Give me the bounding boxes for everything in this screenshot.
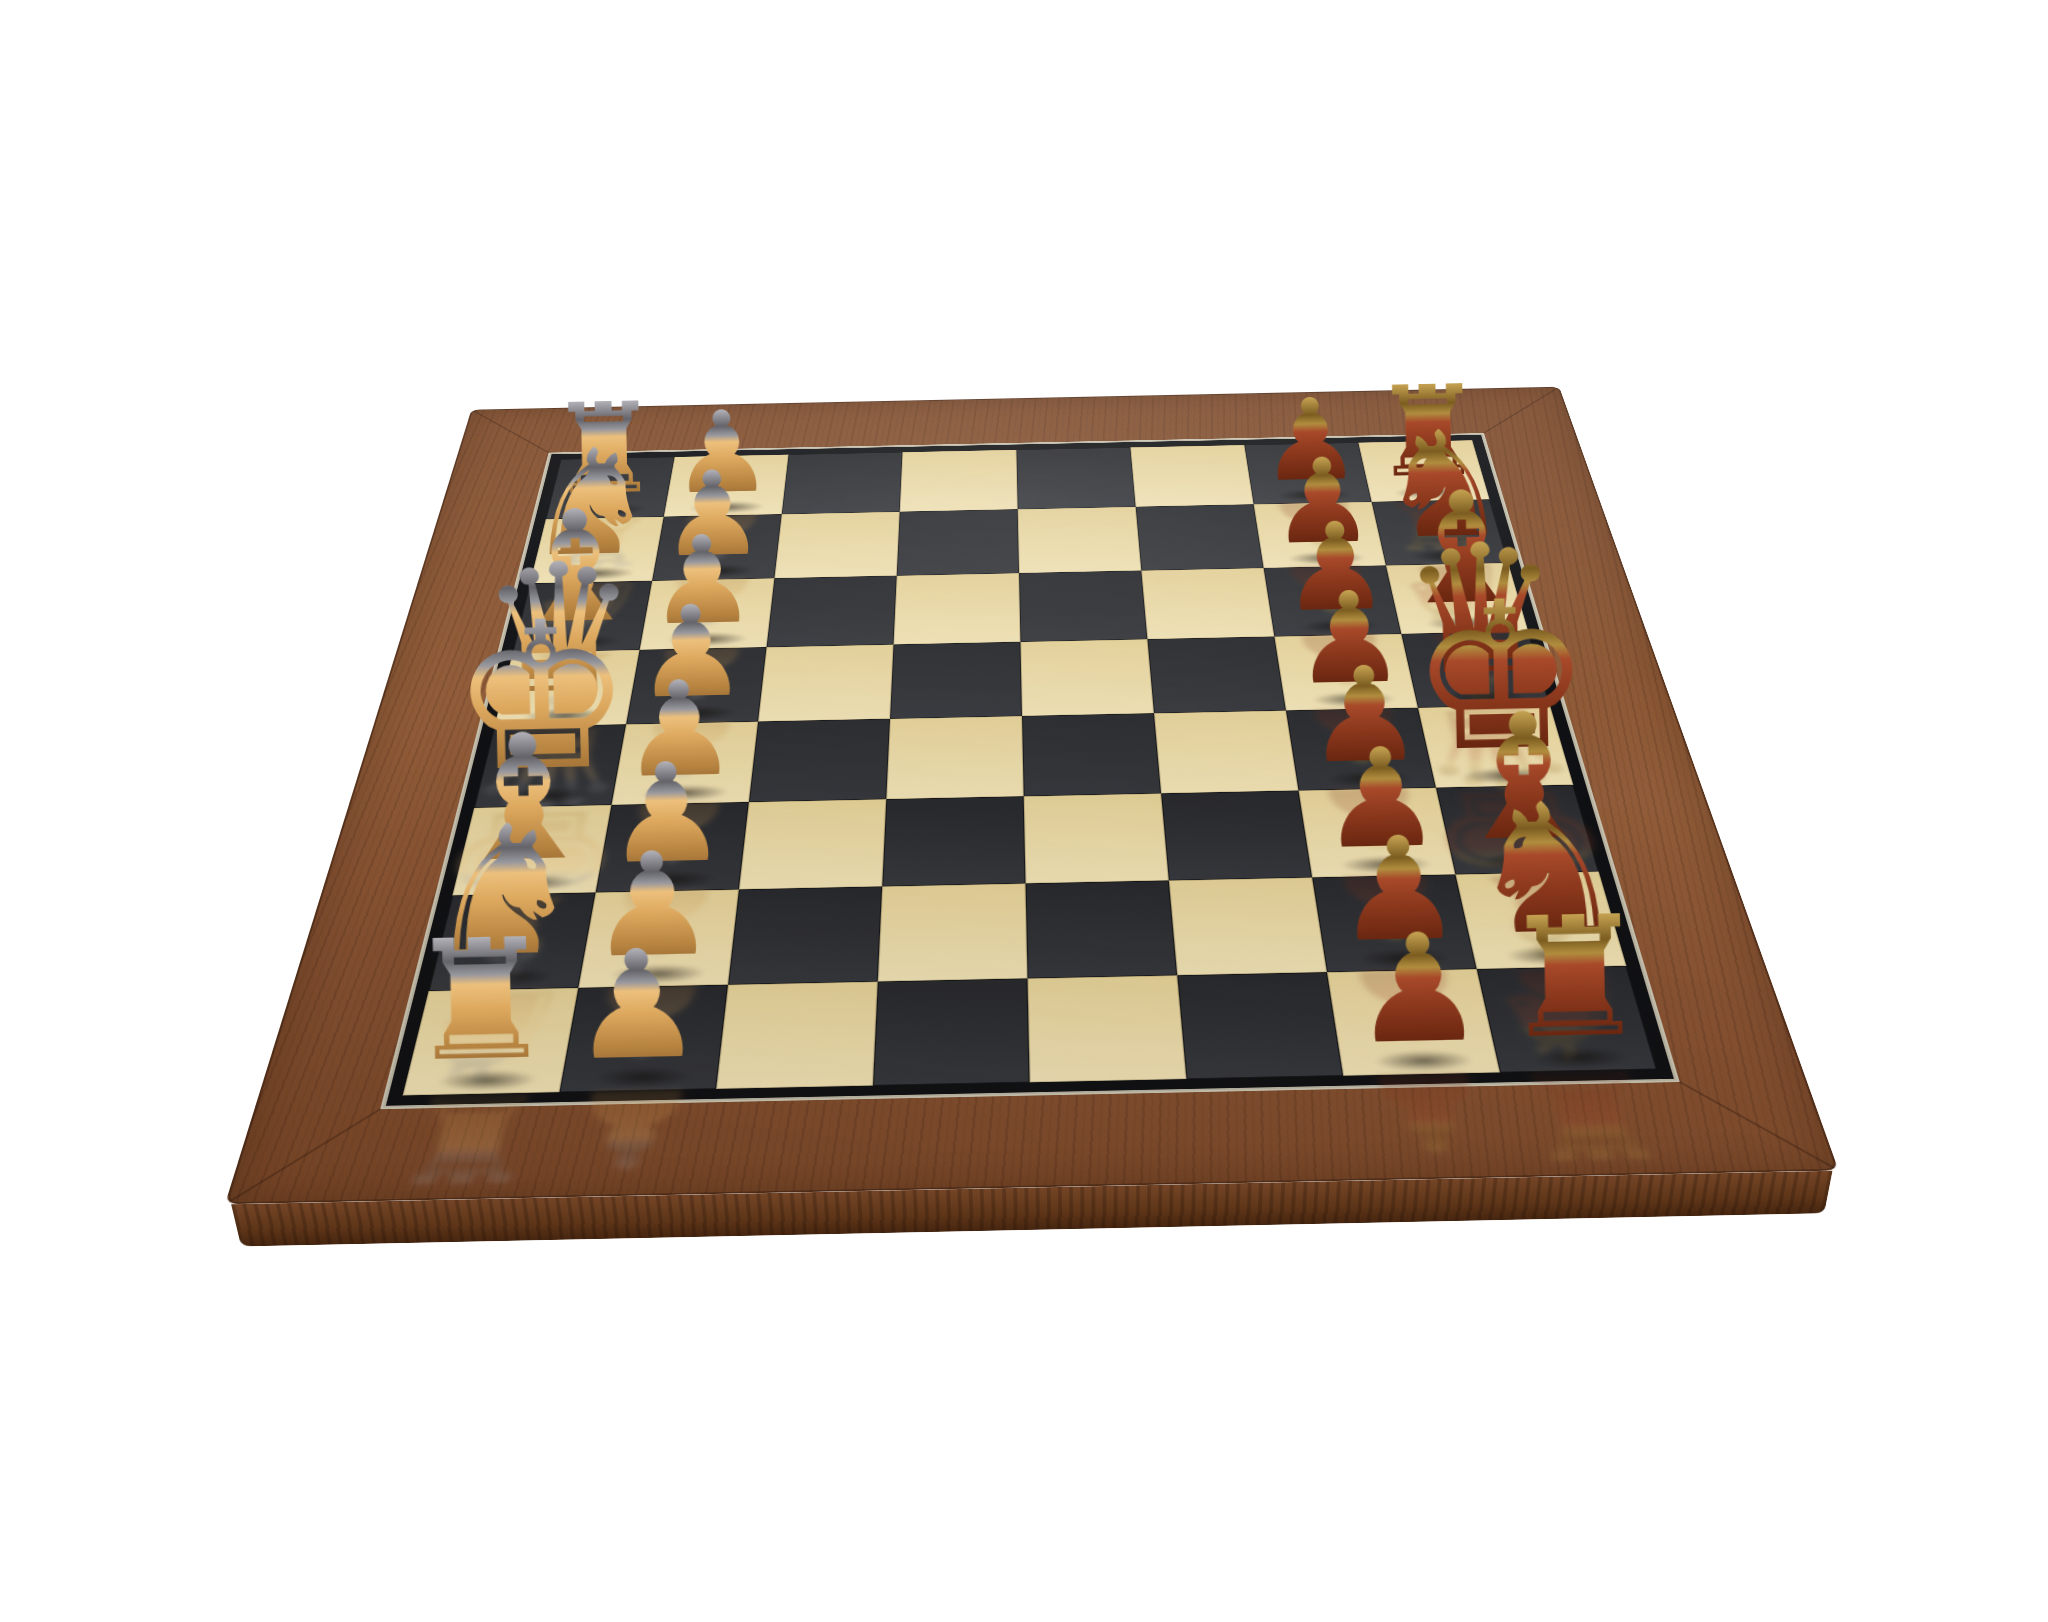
square-a6[interactable] (1130, 445, 1253, 507)
white-rook-icon: ♜ (405, 917, 557, 1086)
square-c6[interactable] (1141, 568, 1274, 639)
square-b7[interactable] (1254, 502, 1386, 568)
empty-g4 (878, 882, 1028, 980)
square-b8[interactable] (1372, 499, 1509, 565)
piece-reflection: ♟ (554, 1073, 706, 1184)
empty-f4 (882, 795, 1025, 885)
empty-g6 (1169, 876, 1327, 974)
square-b4[interactable] (897, 509, 1019, 575)
square-b6[interactable] (1136, 504, 1264, 570)
empty-g5 (1025, 879, 1177, 977)
square-b3[interactable] (774, 512, 899, 579)
empty-f5 (1024, 792, 1169, 882)
square-a5[interactable] (1016, 447, 1135, 509)
square-d5[interactable] (1020, 639, 1154, 716)
square-c4[interactable] (894, 573, 1021, 644)
square-a1[interactable] (546, 457, 675, 519)
black-pawn-icon: ♟ (1350, 914, 1487, 1066)
square-b5[interactable] (1018, 507, 1142, 573)
square-a8[interactable] (1358, 440, 1489, 502)
black-rook-icon: ♜ (1499, 894, 1651, 1063)
square-b1[interactable] (530, 517, 664, 584)
empty-h4 (873, 977, 1030, 1084)
empty-h5 (1027, 974, 1186, 1081)
square-a7[interactable] (1244, 443, 1371, 505)
empty-g3 (728, 885, 882, 983)
photo-stage: ♜♜♟♟♟♟♜♜♞♞♟♟♟♟♞♞♝♝♟♟♟♟♝♝♛♛♟♟♟♟♛♛♚♚♟♟♟♟♚♚… (0, 0, 2048, 1622)
empty-e5 (1022, 712, 1161, 795)
square-c2[interactable] (640, 578, 775, 650)
square-c7[interactable] (1264, 565, 1402, 636)
square-c5[interactable] (1019, 571, 1147, 642)
white-pawn-icon: ♟ (569, 930, 706, 1082)
piece-black-rook-h8[interactable]: ♜♜ (1477, 964, 1657, 1071)
square-a2[interactable] (664, 455, 789, 517)
square-a4[interactable] (900, 450, 1018, 512)
square-d6[interactable] (1147, 637, 1286, 714)
piece-reflection: ♟ (1352, 1056, 1509, 1166)
square-c3[interactable] (767, 576, 897, 647)
piece-black-pawn-h7[interactable]: ♟♟ (1327, 967, 1500, 1074)
square-a3[interactable] (782, 452, 903, 514)
square-b2[interactable] (652, 514, 782, 581)
perspective-scene: ♜♜♟♟♟♟♜♜♞♞♟♟♟♟♞♞♝♝♟♟♟♟♝♝♛♛♟♟♟♟♛♛♚♚♟♟♟♟♚♚… (0, 0, 2048, 1622)
empty-e6 (1154, 709, 1299, 792)
piece-reflection: ♜ (380, 1076, 558, 1200)
scene-rotation: ♜♜♟♟♟♟♜♜♞♞♟♟♟♟♞♞♝♝♟♟♟♟♝♝♛♛♟♟♟♟♛♛♚♚♟♟♟♟♚♚… (0, 0, 2048, 1622)
empty-h6 (1177, 970, 1343, 1077)
empty-f6 (1161, 789, 1312, 879)
empty-h3 (716, 980, 878, 1087)
piece-white-rook-h1[interactable]: ♜♜ (402, 986, 578, 1094)
square-d3[interactable] (758, 645, 893, 722)
square-d4[interactable] (890, 642, 1022, 719)
piece-white-pawn-h2[interactable]: ♟♟ (559, 983, 728, 1090)
empty-e4 (886, 714, 1023, 797)
empty-f3 (739, 798, 886, 888)
chess-board: ♜♜♟♟♟♟♜♜♞♞♟♟♟♟♞♞♝♝♟♟♟♟♝♝♛♛♟♟♟♟♛♛♚♚♟♟♟♟♚♚… (225, 387, 1839, 1205)
empty-e3 (749, 717, 890, 800)
